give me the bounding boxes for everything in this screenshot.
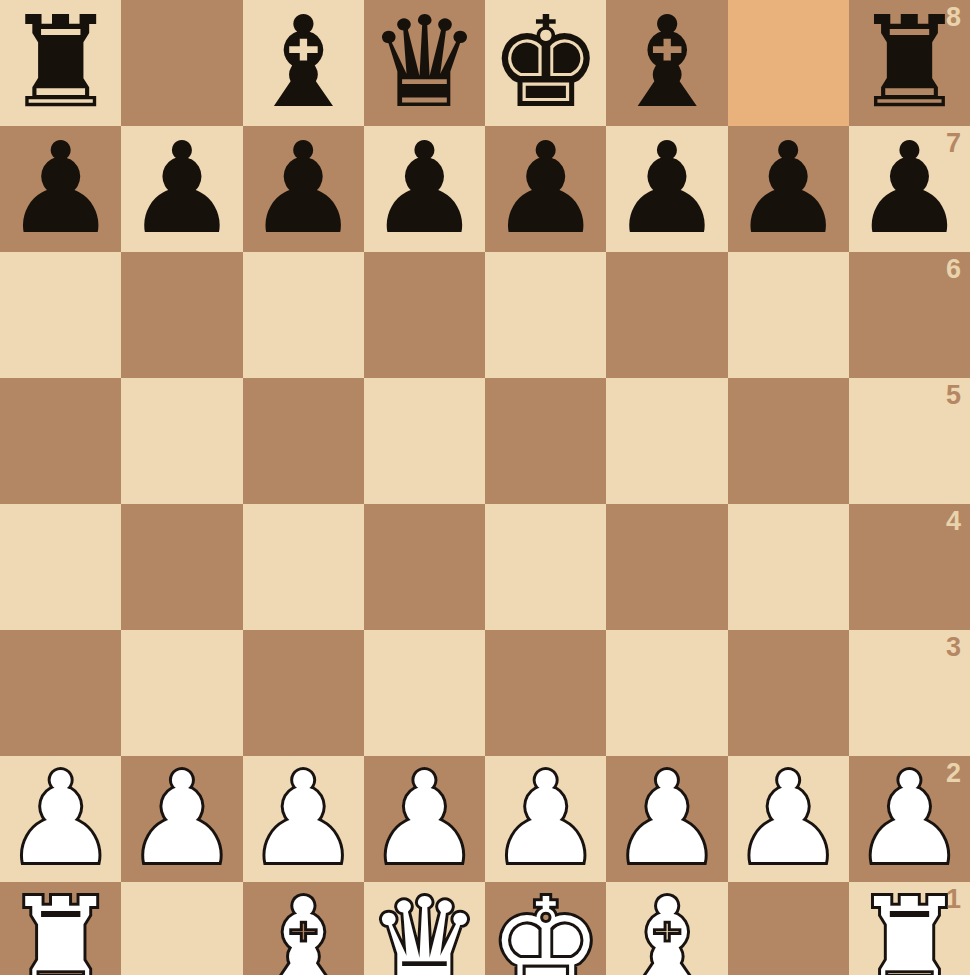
square-b4[interactable] [121, 504, 242, 630]
square-f4[interactable] [606, 504, 727, 630]
square-g5[interactable] [728, 378, 849, 504]
black-king-e8[interactable]: ♚ [489, 0, 602, 126]
square-b8[interactable] [121, 0, 242, 126]
chess-board-frame: ♜♝♛♚♝♜8♟♟♟♟♟♟♟♟76543♟♟♟♟♟♟♟♟2♜ab♝c♛d♚e♝f… [0, 0, 970, 975]
white-queen-d1[interactable]: ♛ [368, 882, 481, 975]
square-f8[interactable]: ♝ [606, 0, 727, 126]
square-e1[interactable]: ♚e [485, 882, 606, 975]
square-f7[interactable]: ♟ [606, 126, 727, 252]
square-a3[interactable] [0, 630, 121, 756]
square-c1[interactable]: ♝c [243, 882, 364, 975]
square-h8[interactable]: ♜8 [849, 0, 970, 126]
square-g3[interactable] [728, 630, 849, 756]
square-c7[interactable]: ♟ [243, 126, 364, 252]
white-rook-a1[interactable]: ♜ [4, 882, 117, 975]
chess-board: ♜♝♛♚♝♜8♟♟♟♟♟♟♟♟76543♟♟♟♟♟♟♟♟2♜ab♝c♛d♚e♝f… [0, 0, 970, 975]
square-a7[interactable]: ♟ [0, 126, 121, 252]
white-pawn-h2[interactable]: ♟ [853, 756, 966, 882]
black-pawn-g7[interactable]: ♟ [732, 126, 845, 252]
square-g2[interactable]: ♟ [728, 756, 849, 882]
rank-label-3: 3 [946, 634, 961, 661]
black-queen-d8[interactable]: ♛ [368, 0, 481, 126]
black-pawn-e7[interactable]: ♟ [489, 126, 602, 252]
square-a6[interactable] [0, 252, 121, 378]
square-e4[interactable] [485, 504, 606, 630]
black-pawn-f7[interactable]: ♟ [610, 126, 723, 252]
white-rook-h1[interactable]: ♜ [853, 882, 966, 975]
square-b6[interactable] [121, 252, 242, 378]
square-d5[interactable] [364, 378, 485, 504]
square-c6[interactable] [243, 252, 364, 378]
square-e5[interactable] [485, 378, 606, 504]
black-pawn-a7[interactable]: ♟ [4, 126, 117, 252]
square-a1[interactable]: ♜a [0, 882, 121, 975]
square-d3[interactable] [364, 630, 485, 756]
black-bishop-c8[interactable]: ♝ [247, 0, 360, 126]
square-f3[interactable] [606, 630, 727, 756]
square-d2[interactable]: ♟ [364, 756, 485, 882]
square-b2[interactable]: ♟ [121, 756, 242, 882]
black-pawn-b7[interactable]: ♟ [125, 126, 238, 252]
white-pawn-d2[interactable]: ♟ [368, 756, 481, 882]
square-a2[interactable]: ♟ [0, 756, 121, 882]
square-e6[interactable] [485, 252, 606, 378]
square-c2[interactable]: ♟ [243, 756, 364, 882]
square-h2[interactable]: ♟2 [849, 756, 970, 882]
square-h6[interactable]: 6 [849, 252, 970, 378]
square-g6[interactable] [728, 252, 849, 378]
square-b1[interactable]: b [121, 882, 242, 975]
square-a4[interactable] [0, 504, 121, 630]
square-b7[interactable]: ♟ [121, 126, 242, 252]
white-bishop-c1[interactable]: ♝ [247, 882, 360, 975]
white-pawn-e2[interactable]: ♟ [489, 756, 602, 882]
white-king-e1[interactable]: ♚ [489, 882, 602, 975]
square-b5[interactable] [121, 378, 242, 504]
rank-label-5: 5 [946, 382, 961, 409]
square-d6[interactable] [364, 252, 485, 378]
square-h1[interactable]: ♜1h [849, 882, 970, 975]
black-bishop-f8[interactable]: ♝ [610, 0, 723, 126]
white-pawn-g2[interactable]: ♟ [732, 756, 845, 882]
square-f5[interactable] [606, 378, 727, 504]
square-e3[interactable] [485, 630, 606, 756]
black-pawn-c7[interactable]: ♟ [247, 126, 360, 252]
square-c4[interactable] [243, 504, 364, 630]
black-pawn-h7[interactable]: ♟ [853, 126, 966, 252]
square-g4[interactable] [728, 504, 849, 630]
white-pawn-f2[interactable]: ♟ [610, 756, 723, 882]
white-pawn-b2[interactable]: ♟ [125, 756, 238, 882]
square-d1[interactable]: ♛d [364, 882, 485, 975]
square-e2[interactable]: ♟ [485, 756, 606, 882]
square-c3[interactable] [243, 630, 364, 756]
square-b3[interactable] [121, 630, 242, 756]
square-d8[interactable]: ♛ [364, 0, 485, 126]
rank-label-6: 6 [946, 256, 961, 283]
square-h5[interactable]: 5 [849, 378, 970, 504]
square-c5[interactable] [243, 378, 364, 504]
square-f2[interactable]: ♟ [606, 756, 727, 882]
square-f6[interactable] [606, 252, 727, 378]
square-a5[interactable] [0, 378, 121, 504]
square-g8[interactable] [728, 0, 849, 126]
square-e8[interactable]: ♚ [485, 0, 606, 126]
square-d7[interactable]: ♟ [364, 126, 485, 252]
square-e7[interactable]: ♟ [485, 126, 606, 252]
square-g1[interactable]: g [728, 882, 849, 975]
white-pawn-c2[interactable]: ♟ [247, 756, 360, 882]
black-rook-h8[interactable]: ♜ [853, 0, 966, 126]
black-rook-a8[interactable]: ♜ [4, 0, 117, 126]
square-c8[interactable]: ♝ [243, 0, 364, 126]
white-pawn-a2[interactable]: ♟ [4, 756, 117, 882]
square-h4[interactable]: 4 [849, 504, 970, 630]
white-bishop-f1[interactable]: ♝ [610, 882, 723, 975]
square-a8[interactable]: ♜ [0, 0, 121, 126]
black-pawn-d7[interactable]: ♟ [368, 126, 481, 252]
square-h3[interactable]: 3 [849, 630, 970, 756]
square-f1[interactable]: ♝f [606, 882, 727, 975]
square-h7[interactable]: ♟7 [849, 126, 970, 252]
rank-label-4: 4 [946, 508, 961, 535]
square-g7[interactable]: ♟ [728, 126, 849, 252]
square-d4[interactable] [364, 504, 485, 630]
